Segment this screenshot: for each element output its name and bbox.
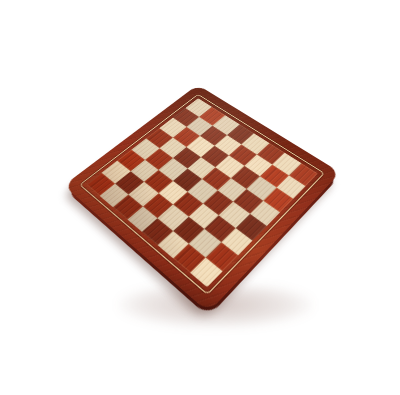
board-grid <box>86 98 318 287</box>
square-d3 <box>158 180 187 204</box>
square-h1 <box>190 257 223 287</box>
square-h3 <box>221 227 253 255</box>
square-h5 <box>250 200 281 226</box>
square-c1 <box>113 194 143 219</box>
square-g5 <box>233 189 263 214</box>
perspective-wrapper <box>99 76 304 281</box>
product-photo <box>0 0 400 395</box>
square-d1 <box>127 206 158 232</box>
square-d2 <box>143 193 173 218</box>
square-e4 <box>188 179 217 203</box>
square-g1 <box>173 243 206 272</box>
square-h6 <box>263 187 293 212</box>
square-e3 <box>173 191 203 216</box>
square-f2 <box>173 216 204 243</box>
square-g3 <box>204 215 235 242</box>
square-f4 <box>203 190 233 215</box>
square-h4 <box>236 214 267 241</box>
square-f1 <box>157 230 189 258</box>
square-e1 <box>142 218 173 245</box>
square-g2 <box>189 229 221 257</box>
square-e2 <box>158 204 189 230</box>
board-frame <box>64 85 341 313</box>
square-h7 <box>276 175 305 199</box>
square-g6 <box>247 176 276 200</box>
square-f3 <box>188 203 219 229</box>
square-g4 <box>219 202 250 228</box>
chessboard <box>64 85 341 313</box>
square-h2 <box>206 242 239 271</box>
square-f5 <box>217 178 246 202</box>
square-b1 <box>99 183 128 207</box>
square-c2 <box>129 182 158 206</box>
